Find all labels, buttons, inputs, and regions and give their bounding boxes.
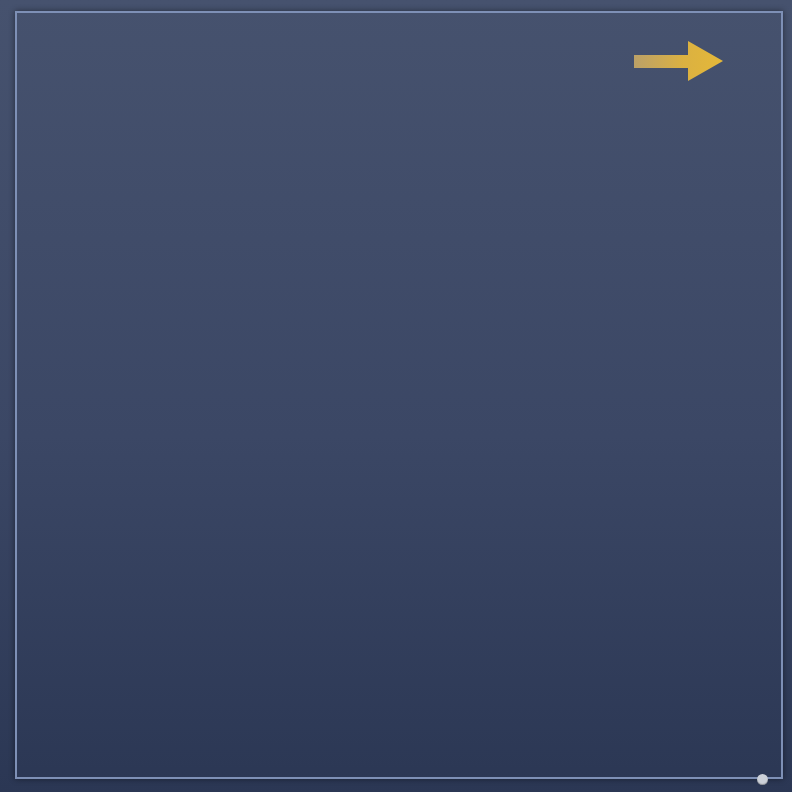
board-frame <box>0 0 792 792</box>
chess-board[interactable] <box>15 11 783 779</box>
file-labels <box>17 777 781 792</box>
rank-labels <box>0 11 15 779</box>
status-dot <box>757 774 768 785</box>
